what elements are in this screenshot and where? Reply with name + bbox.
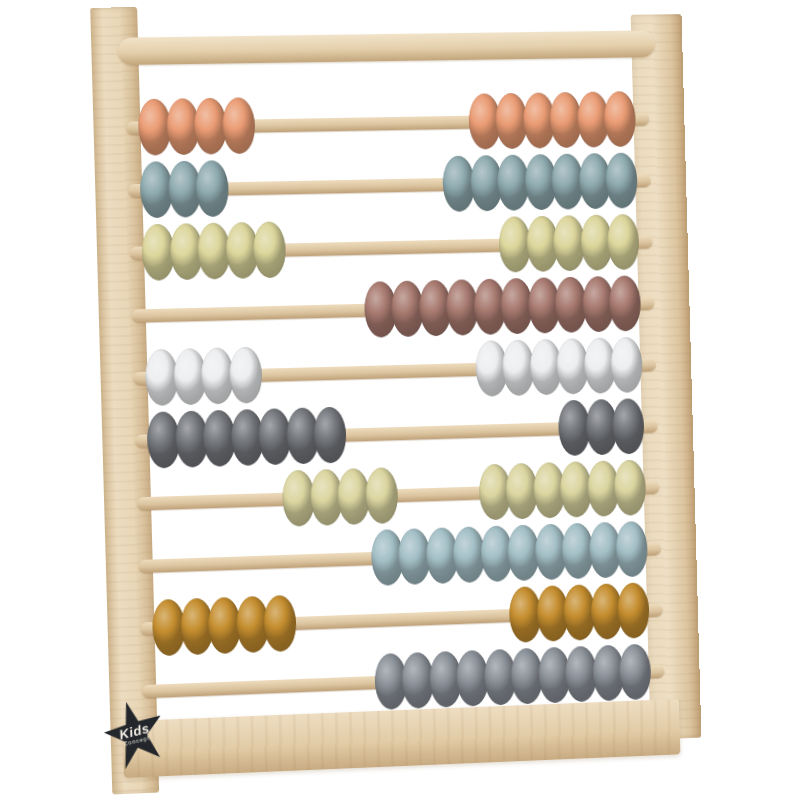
bead-group-right: [498, 214, 639, 273]
bead: [614, 460, 647, 516]
bead: [603, 91, 636, 147]
abacus-row-2: [139, 150, 638, 222]
bead: [605, 153, 638, 209]
bead: [608, 275, 641, 331]
abacus-row-3: [141, 211, 640, 284]
bead-group-right: [370, 521, 648, 586]
bead-group-left: [141, 221, 286, 281]
product-photo-abacus: Kids Concept: [0, 0, 800, 800]
bead-group-right: [442, 153, 638, 213]
frame-top-dowel: [118, 30, 656, 65]
abacus-row-1: [138, 88, 637, 159]
bead: [612, 398, 645, 454]
star-icon: [98, 694, 173, 774]
abacus-rows: [138, 88, 652, 722]
bead-group-right: [363, 275, 641, 338]
bead: [313, 407, 347, 464]
bead-group-right: [478, 460, 646, 521]
bead: [619, 644, 652, 701]
bead: [617, 582, 650, 639]
bead-group-right: [374, 644, 652, 710]
bead-group-right: [509, 582, 650, 643]
bead: [195, 160, 229, 217]
bead-group-left: [282, 467, 398, 527]
bead: [221, 97, 255, 154]
kids-concept-logo: Kids Concept: [105, 699, 166, 768]
bead-group-right: [475, 337, 643, 397]
bead: [610, 337, 643, 393]
bead-group-left: [138, 97, 256, 155]
bead-group-left: [145, 347, 263, 407]
bead: [263, 595, 297, 652]
bead-group-right: [558, 398, 645, 456]
bead: [364, 467, 398, 524]
bead-group-left: [146, 407, 346, 469]
bead-group-right: [468, 91, 637, 150]
abacus-frame: Kids Concept: [90, 0, 702, 800]
bead-group-left: [139, 160, 229, 218]
bead: [615, 521, 648, 578]
bead: [607, 214, 640, 270]
bead: [253, 221, 287, 278]
bead: [228, 347, 262, 404]
bead-group-left: [152, 595, 297, 657]
